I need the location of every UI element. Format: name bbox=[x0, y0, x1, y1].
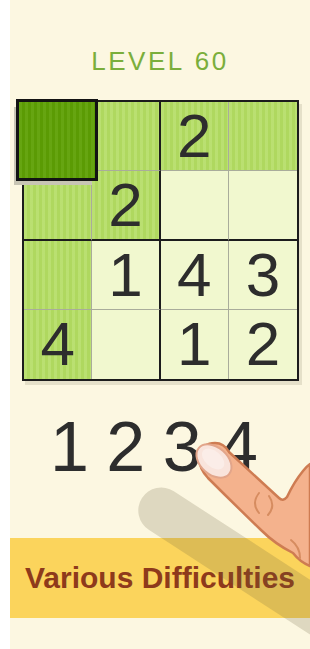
board-cell-r1c3[interactable]: 2 bbox=[161, 102, 229, 171]
board-cell-r1c2[interactable] bbox=[92, 102, 160, 171]
board-cell-r2c3[interactable] bbox=[161, 171, 229, 240]
app-screen: LEVEL60 22143412 1 2 3 4 Various Difficu… bbox=[10, 0, 310, 649]
number-choice-tray: 1 2 3 4 bbox=[50, 412, 258, 482]
board-cell-r2c1[interactable] bbox=[24, 171, 92, 240]
board-cell-r4c4[interactable]: 2 bbox=[229, 310, 297, 379]
sudoku-board: 22143412 bbox=[22, 100, 299, 381]
choice-4[interactable]: 4 bbox=[219, 412, 258, 482]
board-cell-r3c2[interactable]: 1 bbox=[92, 241, 160, 310]
board-cell-r2c4[interactable] bbox=[229, 171, 297, 240]
board-cell-r2c2[interactable]: 2 bbox=[92, 171, 160, 240]
choice-1[interactable]: 1 bbox=[50, 412, 89, 482]
level-number: 60 bbox=[195, 46, 229, 76]
board-cell-r3c4[interactable]: 3 bbox=[229, 241, 297, 310]
caption-text: Various Difficulties bbox=[25, 561, 295, 595]
board-cell-r4c3[interactable]: 1 bbox=[161, 310, 229, 379]
board-cell-r3c1[interactable] bbox=[24, 241, 92, 310]
board-cell-r4c1[interactable]: 4 bbox=[24, 310, 92, 379]
board-cell-r3c3[interactable]: 4 bbox=[161, 241, 229, 310]
board-cell-r4c2[interactable] bbox=[92, 310, 160, 379]
caption-banner: Various Difficulties bbox=[10, 538, 310, 618]
choice-3[interactable]: 3 bbox=[163, 412, 202, 482]
level-label: LEVEL bbox=[91, 46, 184, 76]
choice-2[interactable]: 2 bbox=[106, 412, 145, 482]
level-indicator: LEVEL60 bbox=[10, 46, 310, 77]
selected-cell[interactable] bbox=[16, 99, 98, 181]
board-cell-r1c4[interactable] bbox=[229, 102, 297, 171]
